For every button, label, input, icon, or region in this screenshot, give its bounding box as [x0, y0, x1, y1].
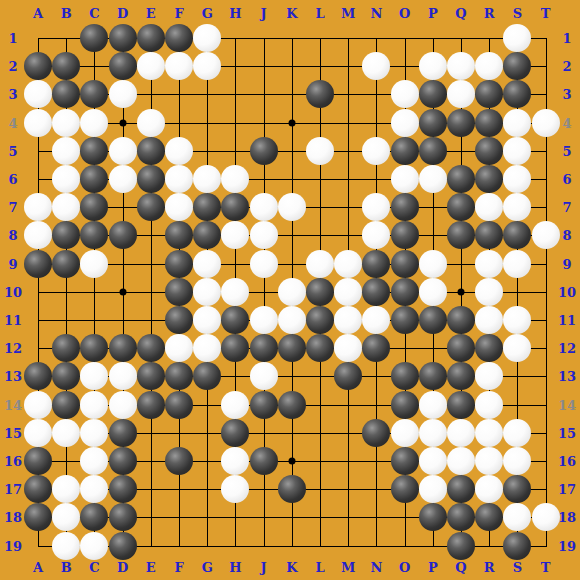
- point-D14[interactable]: [109, 391, 137, 419]
- point-N2[interactable]: [362, 52, 390, 80]
- point-Q10[interactable]: [447, 278, 475, 306]
- point-F18[interactable]: [165, 503, 193, 531]
- point-M12[interactable]: [334, 334, 362, 362]
- point-K9[interactable]: [278, 250, 306, 278]
- point-S19[interactable]: [503, 532, 531, 560]
- point-L5[interactable]: [306, 137, 334, 165]
- point-J6[interactable]: [250, 165, 278, 193]
- point-O6[interactable]: [391, 165, 419, 193]
- point-L12[interactable]: [306, 334, 334, 362]
- point-B12[interactable]: [52, 334, 80, 362]
- point-S9[interactable]: [503, 250, 531, 278]
- point-Q3[interactable]: [447, 80, 475, 108]
- point-J15[interactable]: [250, 419, 278, 447]
- point-L6[interactable]: [306, 165, 334, 193]
- point-C18[interactable]: [80, 503, 108, 531]
- point-Q1[interactable]: [447, 24, 475, 52]
- point-B9[interactable]: [52, 250, 80, 278]
- point-B6[interactable]: [52, 165, 80, 193]
- point-G8[interactable]: [193, 221, 221, 249]
- point-Q6[interactable]: [447, 165, 475, 193]
- point-M17[interactable]: [334, 475, 362, 503]
- point-D7[interactable]: [109, 193, 137, 221]
- point-M13[interactable]: [334, 362, 362, 390]
- point-C14[interactable]: [80, 391, 108, 419]
- point-G13[interactable]: [193, 362, 221, 390]
- point-F15[interactable]: [165, 419, 193, 447]
- point-J14[interactable]: [250, 391, 278, 419]
- point-J7[interactable]: [250, 193, 278, 221]
- point-K17[interactable]: [278, 475, 306, 503]
- point-R13[interactable]: [475, 362, 503, 390]
- point-C8[interactable]: [80, 221, 108, 249]
- point-L3[interactable]: [306, 80, 334, 108]
- point-K5[interactable]: [278, 137, 306, 165]
- point-H2[interactable]: [221, 52, 249, 80]
- point-Q14[interactable]: [447, 391, 475, 419]
- point-S18[interactable]: [503, 503, 531, 531]
- point-B2[interactable]: [52, 52, 80, 80]
- point-B17[interactable]: [52, 475, 80, 503]
- point-C5[interactable]: [80, 137, 108, 165]
- point-O11[interactable]: [391, 306, 419, 334]
- point-S2[interactable]: [503, 52, 531, 80]
- point-F3[interactable]: [165, 80, 193, 108]
- point-P15[interactable]: [419, 419, 447, 447]
- point-T7[interactable]: [532, 193, 560, 221]
- point-P13[interactable]: [419, 362, 447, 390]
- point-J5[interactable]: [250, 137, 278, 165]
- point-R12[interactable]: [475, 334, 503, 362]
- point-T1[interactable]: [532, 24, 560, 52]
- point-D8[interactable]: [109, 221, 137, 249]
- point-H15[interactable]: [221, 419, 249, 447]
- point-A4[interactable]: [24, 109, 52, 137]
- point-L9[interactable]: [306, 250, 334, 278]
- point-E2[interactable]: [137, 52, 165, 80]
- point-B4[interactable]: [52, 109, 80, 137]
- point-H18[interactable]: [221, 503, 249, 531]
- point-N11[interactable]: [362, 306, 390, 334]
- point-R4[interactable]: [475, 109, 503, 137]
- point-L18[interactable]: [306, 503, 334, 531]
- point-M16[interactable]: [334, 447, 362, 475]
- point-H12[interactable]: [221, 334, 249, 362]
- point-N10[interactable]: [362, 278, 390, 306]
- point-A14[interactable]: [24, 391, 52, 419]
- point-R16[interactable]: [475, 447, 503, 475]
- point-G3[interactable]: [193, 80, 221, 108]
- point-T3[interactable]: [532, 80, 560, 108]
- point-O18[interactable]: [391, 503, 419, 531]
- point-S5[interactable]: [503, 137, 531, 165]
- point-B14[interactable]: [52, 391, 80, 419]
- point-P17[interactable]: [419, 475, 447, 503]
- point-R10[interactable]: [475, 278, 503, 306]
- point-Q15[interactable]: [447, 419, 475, 447]
- point-O13[interactable]: [391, 362, 419, 390]
- point-M5[interactable]: [334, 137, 362, 165]
- point-P10[interactable]: [419, 278, 447, 306]
- point-F8[interactable]: [165, 221, 193, 249]
- point-N17[interactable]: [362, 475, 390, 503]
- point-E7[interactable]: [137, 193, 165, 221]
- point-F7[interactable]: [165, 193, 193, 221]
- point-J4[interactable]: [250, 109, 278, 137]
- point-J9[interactable]: [250, 250, 278, 278]
- point-K1[interactable]: [278, 24, 306, 52]
- point-T6[interactable]: [532, 165, 560, 193]
- point-N1[interactable]: [362, 24, 390, 52]
- point-G9[interactable]: [193, 250, 221, 278]
- point-P11[interactable]: [419, 306, 447, 334]
- point-L8[interactable]: [306, 221, 334, 249]
- point-G6[interactable]: [193, 165, 221, 193]
- point-A15[interactable]: [24, 419, 52, 447]
- point-A10[interactable]: [24, 278, 52, 306]
- point-T12[interactable]: [532, 334, 560, 362]
- point-D6[interactable]: [109, 165, 137, 193]
- point-C1[interactable]: [80, 24, 108, 52]
- point-O5[interactable]: [391, 137, 419, 165]
- point-F17[interactable]: [165, 475, 193, 503]
- point-M11[interactable]: [334, 306, 362, 334]
- point-Q18[interactable]: [447, 503, 475, 531]
- point-L13[interactable]: [306, 362, 334, 390]
- point-H14[interactable]: [221, 391, 249, 419]
- point-S1[interactable]: [503, 24, 531, 52]
- point-R9[interactable]: [475, 250, 503, 278]
- point-E8[interactable]: [137, 221, 165, 249]
- point-T16[interactable]: [532, 447, 560, 475]
- point-G4[interactable]: [193, 109, 221, 137]
- point-L4[interactable]: [306, 109, 334, 137]
- point-O1[interactable]: [391, 24, 419, 52]
- point-H10[interactable]: [221, 278, 249, 306]
- point-B10[interactable]: [52, 278, 80, 306]
- point-O17[interactable]: [391, 475, 419, 503]
- point-G2[interactable]: [193, 52, 221, 80]
- point-G19[interactable]: [193, 532, 221, 560]
- point-P1[interactable]: [419, 24, 447, 52]
- point-T17[interactable]: [532, 475, 560, 503]
- point-J3[interactable]: [250, 80, 278, 108]
- point-E9[interactable]: [137, 250, 165, 278]
- point-O14[interactable]: [391, 391, 419, 419]
- point-Q5[interactable]: [447, 137, 475, 165]
- point-R1[interactable]: [475, 24, 503, 52]
- point-A6[interactable]: [24, 165, 52, 193]
- point-P18[interactable]: [419, 503, 447, 531]
- point-F19[interactable]: [165, 532, 193, 560]
- point-E14[interactable]: [137, 391, 165, 419]
- point-O16[interactable]: [391, 447, 419, 475]
- point-C17[interactable]: [80, 475, 108, 503]
- point-S8[interactable]: [503, 221, 531, 249]
- point-M8[interactable]: [334, 221, 362, 249]
- point-D4[interactable]: [109, 109, 137, 137]
- point-O8[interactable]: [391, 221, 419, 249]
- point-S4[interactable]: [503, 109, 531, 137]
- point-K15[interactable]: [278, 419, 306, 447]
- point-Q11[interactable]: [447, 306, 475, 334]
- point-G7[interactable]: [193, 193, 221, 221]
- point-T19[interactable]: [532, 532, 560, 560]
- point-D17[interactable]: [109, 475, 137, 503]
- point-M7[interactable]: [334, 193, 362, 221]
- point-J2[interactable]: [250, 52, 278, 80]
- point-A2[interactable]: [24, 52, 52, 80]
- point-S16[interactable]: [503, 447, 531, 475]
- point-K10[interactable]: [278, 278, 306, 306]
- point-L2[interactable]: [306, 52, 334, 80]
- point-Q7[interactable]: [447, 193, 475, 221]
- point-R3[interactable]: [475, 80, 503, 108]
- point-S10[interactable]: [503, 278, 531, 306]
- point-P8[interactable]: [419, 221, 447, 249]
- point-N18[interactable]: [362, 503, 390, 531]
- point-A11[interactable]: [24, 306, 52, 334]
- point-N19[interactable]: [362, 532, 390, 560]
- point-N8[interactable]: [362, 221, 390, 249]
- point-D9[interactable]: [109, 250, 137, 278]
- point-S3[interactable]: [503, 80, 531, 108]
- point-T15[interactable]: [532, 419, 560, 447]
- point-F6[interactable]: [165, 165, 193, 193]
- point-A9[interactable]: [24, 250, 52, 278]
- point-R19[interactable]: [475, 532, 503, 560]
- point-N4[interactable]: [362, 109, 390, 137]
- point-A5[interactable]: [24, 137, 52, 165]
- point-C4[interactable]: [80, 109, 108, 137]
- point-K4[interactable]: [278, 109, 306, 137]
- point-Q17[interactable]: [447, 475, 475, 503]
- point-A12[interactable]: [24, 334, 52, 362]
- point-O7[interactable]: [391, 193, 419, 221]
- point-R18[interactable]: [475, 503, 503, 531]
- point-M1[interactable]: [334, 24, 362, 52]
- point-N9[interactable]: [362, 250, 390, 278]
- point-M18[interactable]: [334, 503, 362, 531]
- point-H11[interactable]: [221, 306, 249, 334]
- point-D19[interactable]: [109, 532, 137, 560]
- point-M10[interactable]: [334, 278, 362, 306]
- point-G5[interactable]: [193, 137, 221, 165]
- point-T9[interactable]: [532, 250, 560, 278]
- point-N6[interactable]: [362, 165, 390, 193]
- point-C13[interactable]: [80, 362, 108, 390]
- point-H6[interactable]: [221, 165, 249, 193]
- point-R6[interactable]: [475, 165, 503, 193]
- point-R7[interactable]: [475, 193, 503, 221]
- point-H9[interactable]: [221, 250, 249, 278]
- point-P2[interactable]: [419, 52, 447, 80]
- point-Q4[interactable]: [447, 109, 475, 137]
- point-E19[interactable]: [137, 532, 165, 560]
- point-E15[interactable]: [137, 419, 165, 447]
- point-A16[interactable]: [24, 447, 52, 475]
- point-T18[interactable]: [532, 503, 560, 531]
- point-D12[interactable]: [109, 334, 137, 362]
- point-J16[interactable]: [250, 447, 278, 475]
- point-T4[interactable]: [532, 109, 560, 137]
- point-R2[interactable]: [475, 52, 503, 80]
- point-S14[interactable]: [503, 391, 531, 419]
- point-D2[interactable]: [109, 52, 137, 80]
- point-K16[interactable]: [278, 447, 306, 475]
- point-K6[interactable]: [278, 165, 306, 193]
- point-J1[interactable]: [250, 24, 278, 52]
- point-A19[interactable]: [24, 532, 52, 560]
- point-M14[interactable]: [334, 391, 362, 419]
- point-C2[interactable]: [80, 52, 108, 80]
- point-D18[interactable]: [109, 503, 137, 531]
- point-L17[interactable]: [306, 475, 334, 503]
- point-K14[interactable]: [278, 391, 306, 419]
- point-O10[interactable]: [391, 278, 419, 306]
- point-L15[interactable]: [306, 419, 334, 447]
- point-E18[interactable]: [137, 503, 165, 531]
- point-A18[interactable]: [24, 503, 52, 531]
- point-K12[interactable]: [278, 334, 306, 362]
- point-A8[interactable]: [24, 221, 52, 249]
- point-F11[interactable]: [165, 306, 193, 334]
- point-C10[interactable]: [80, 278, 108, 306]
- point-F10[interactable]: [165, 278, 193, 306]
- point-N3[interactable]: [362, 80, 390, 108]
- point-B16[interactable]: [52, 447, 80, 475]
- point-S17[interactable]: [503, 475, 531, 503]
- point-D10[interactable]: [109, 278, 137, 306]
- point-Q9[interactable]: [447, 250, 475, 278]
- point-H19[interactable]: [221, 532, 249, 560]
- point-A7[interactable]: [24, 193, 52, 221]
- point-D5[interactable]: [109, 137, 137, 165]
- point-N5[interactable]: [362, 137, 390, 165]
- point-C15[interactable]: [80, 419, 108, 447]
- point-J8[interactable]: [250, 221, 278, 249]
- point-M15[interactable]: [334, 419, 362, 447]
- point-A13[interactable]: [24, 362, 52, 390]
- point-F12[interactable]: [165, 334, 193, 362]
- point-F13[interactable]: [165, 362, 193, 390]
- point-C9[interactable]: [80, 250, 108, 278]
- point-M19[interactable]: [334, 532, 362, 560]
- point-P14[interactable]: [419, 391, 447, 419]
- point-O19[interactable]: [391, 532, 419, 560]
- point-P3[interactable]: [419, 80, 447, 108]
- point-N15[interactable]: [362, 419, 390, 447]
- point-K2[interactable]: [278, 52, 306, 80]
- point-F5[interactable]: [165, 137, 193, 165]
- point-P7[interactable]: [419, 193, 447, 221]
- point-N13[interactable]: [362, 362, 390, 390]
- point-S13[interactable]: [503, 362, 531, 390]
- point-F16[interactable]: [165, 447, 193, 475]
- point-N16[interactable]: [362, 447, 390, 475]
- point-M2[interactable]: [334, 52, 362, 80]
- point-A1[interactable]: [24, 24, 52, 52]
- point-H16[interactable]: [221, 447, 249, 475]
- point-G11[interactable]: [193, 306, 221, 334]
- point-J11[interactable]: [250, 306, 278, 334]
- point-T11[interactable]: [532, 306, 560, 334]
- point-K8[interactable]: [278, 221, 306, 249]
- point-C12[interactable]: [80, 334, 108, 362]
- point-T10[interactable]: [532, 278, 560, 306]
- point-C11[interactable]: [80, 306, 108, 334]
- point-N12[interactable]: [362, 334, 390, 362]
- point-K3[interactable]: [278, 80, 306, 108]
- point-S7[interactable]: [503, 193, 531, 221]
- point-Q2[interactable]: [447, 52, 475, 80]
- point-B15[interactable]: [52, 419, 80, 447]
- point-S15[interactable]: [503, 419, 531, 447]
- point-H3[interactable]: [221, 80, 249, 108]
- point-O9[interactable]: [391, 250, 419, 278]
- point-E6[interactable]: [137, 165, 165, 193]
- point-N14[interactable]: [362, 391, 390, 419]
- point-B13[interactable]: [52, 362, 80, 390]
- point-C7[interactable]: [80, 193, 108, 221]
- point-C16[interactable]: [80, 447, 108, 475]
- point-P16[interactable]: [419, 447, 447, 475]
- point-E17[interactable]: [137, 475, 165, 503]
- point-T5[interactable]: [532, 137, 560, 165]
- point-E5[interactable]: [137, 137, 165, 165]
- point-Q8[interactable]: [447, 221, 475, 249]
- point-Q16[interactable]: [447, 447, 475, 475]
- point-L14[interactable]: [306, 391, 334, 419]
- point-P6[interactable]: [419, 165, 447, 193]
- point-L11[interactable]: [306, 306, 334, 334]
- point-Q12[interactable]: [447, 334, 475, 362]
- point-G16[interactable]: [193, 447, 221, 475]
- point-Q19[interactable]: [447, 532, 475, 560]
- point-K18[interactable]: [278, 503, 306, 531]
- point-E1[interactable]: [137, 24, 165, 52]
- point-O15[interactable]: [391, 419, 419, 447]
- point-D13[interactable]: [109, 362, 137, 390]
- point-J13[interactable]: [250, 362, 278, 390]
- point-N7[interactable]: [362, 193, 390, 221]
- point-C6[interactable]: [80, 165, 108, 193]
- point-G17[interactable]: [193, 475, 221, 503]
- point-M6[interactable]: [334, 165, 362, 193]
- point-A17[interactable]: [24, 475, 52, 503]
- point-J18[interactable]: [250, 503, 278, 531]
- point-E3[interactable]: [137, 80, 165, 108]
- point-F14[interactable]: [165, 391, 193, 419]
- point-L16[interactable]: [306, 447, 334, 475]
- point-H17[interactable]: [221, 475, 249, 503]
- point-T8[interactable]: [532, 221, 560, 249]
- point-M3[interactable]: [334, 80, 362, 108]
- point-R14[interactable]: [475, 391, 503, 419]
- point-P9[interactable]: [419, 250, 447, 278]
- point-L19[interactable]: [306, 532, 334, 560]
- point-H8[interactable]: [221, 221, 249, 249]
- point-L10[interactable]: [306, 278, 334, 306]
- point-R15[interactable]: [475, 419, 503, 447]
- point-G10[interactable]: [193, 278, 221, 306]
- point-F9[interactable]: [165, 250, 193, 278]
- point-G1[interactable]: [193, 24, 221, 52]
- point-K11[interactable]: [278, 306, 306, 334]
- point-R17[interactable]: [475, 475, 503, 503]
- point-K7[interactable]: [278, 193, 306, 221]
- point-E10[interactable]: [137, 278, 165, 306]
